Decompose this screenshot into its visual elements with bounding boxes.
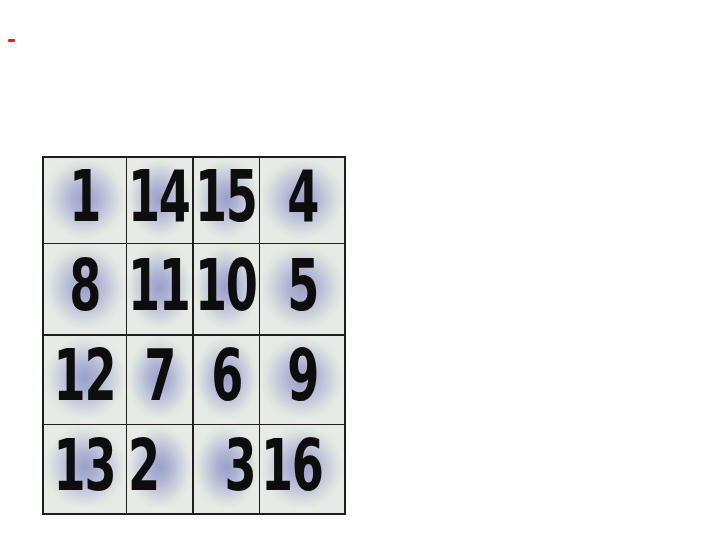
cell-r2c1: 8	[44, 244, 126, 334]
slide-canvas: 11415481110512769132316	[0, 0, 720, 540]
cell-value: 2	[128, 430, 159, 501]
cell-r4c2: 2	[127, 425, 192, 513]
cell-r2c2: 11	[127, 244, 192, 334]
cell-value: 3	[225, 430, 256, 501]
cell-value: 13	[54, 430, 116, 501]
cell-r1c4: 4	[260, 158, 344, 243]
cell-r4c4: 16	[260, 425, 344, 513]
cell-r3c4: 9	[260, 336, 344, 424]
cell-value: 4	[287, 161, 318, 232]
cell-value: 8	[69, 250, 100, 321]
cell-value: 16	[261, 430, 323, 501]
cell-r4c1: 13	[44, 425, 126, 513]
cell-r2c3: 10	[194, 244, 259, 334]
cell-r1c2: 14	[127, 158, 192, 243]
cell-value: 12	[54, 340, 116, 411]
cell-r3c1: 12	[44, 336, 126, 424]
cell-value: 11	[128, 250, 190, 321]
cell-value: 15	[195, 161, 257, 232]
cell-value: 1	[69, 161, 100, 232]
cell-r3c3: 6	[194, 336, 259, 424]
cell-r3c2: 7	[127, 336, 192, 424]
cell-r4c3: 3	[194, 425, 259, 513]
red-artifact-mark	[8, 39, 15, 42]
cell-r2c4: 5	[260, 244, 344, 334]
cell-r1c1: 1	[44, 158, 126, 243]
cell-value: 6	[211, 340, 242, 411]
cell-value: 9	[287, 340, 318, 411]
cell-value: 10	[195, 250, 257, 321]
cell-value: 7	[144, 340, 175, 411]
magic-square-grid: 11415481110512769132316	[42, 156, 346, 515]
cell-value: 5	[287, 250, 318, 321]
cell-value: 14	[128, 161, 190, 232]
cell-r1c3: 15	[194, 158, 259, 243]
